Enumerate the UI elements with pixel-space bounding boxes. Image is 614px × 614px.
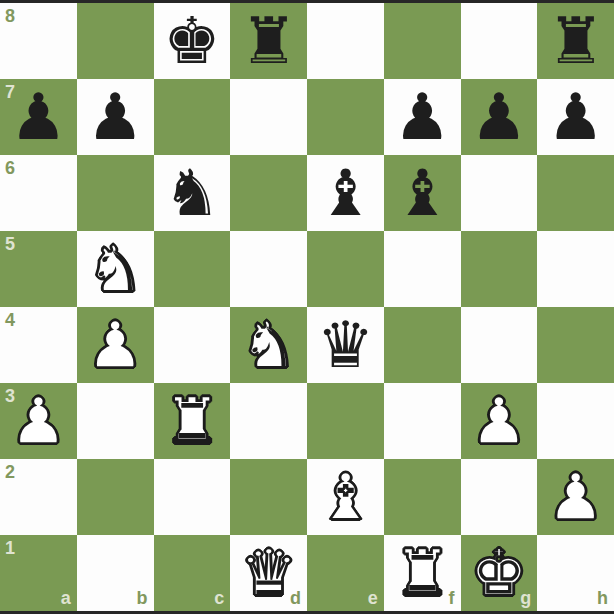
rank-label-6: 6 xyxy=(5,159,15,177)
black-bishop-f6[interactable]: ♝ xyxy=(393,155,450,231)
square-e8[interactable] xyxy=(307,3,384,79)
square-c1[interactable]: c xyxy=(154,535,231,611)
square-a4[interactable]: 4 xyxy=(0,307,77,383)
square-g4[interactable] xyxy=(461,307,538,383)
square-e4[interactable]: ♛ xyxy=(307,307,384,383)
rank-label-4: 4 xyxy=(5,311,15,329)
square-d5[interactable] xyxy=(230,231,307,307)
white-pawn-h2[interactable]: ♟ xyxy=(547,459,604,535)
square-a2[interactable]: 2 xyxy=(0,459,77,535)
square-h3[interactable] xyxy=(537,383,614,459)
square-g1[interactable]: g♚ xyxy=(461,535,538,611)
square-g2[interactable] xyxy=(461,459,538,535)
square-d7[interactable] xyxy=(230,79,307,155)
file-label-b: b xyxy=(137,589,148,607)
black-pawn-f7[interactable]: ♟ xyxy=(393,79,450,155)
square-d6[interactable] xyxy=(230,155,307,231)
black-pawn-b7[interactable]: ♟ xyxy=(86,79,143,155)
square-e1[interactable]: e xyxy=(307,535,384,611)
square-a1[interactable]: 1a xyxy=(0,535,77,611)
white-pawn-g3[interactable]: ♟ xyxy=(470,383,527,459)
white-rook-f1[interactable]: ♜ xyxy=(393,535,450,611)
square-f7[interactable]: ♟ xyxy=(384,79,461,155)
black-queen-e4[interactable]: ♛ xyxy=(317,307,374,383)
square-f3[interactable] xyxy=(384,383,461,459)
black-pawn-a7[interactable]: ♟ xyxy=(10,79,67,155)
square-c4[interactable] xyxy=(154,307,231,383)
square-e3[interactable] xyxy=(307,383,384,459)
square-f2[interactable] xyxy=(384,459,461,535)
square-c5[interactable] xyxy=(154,231,231,307)
square-a5[interactable]: 5 xyxy=(0,231,77,307)
rank-label-5: 5 xyxy=(5,235,15,253)
square-b1[interactable]: b xyxy=(77,535,154,611)
square-e7[interactable] xyxy=(307,79,384,155)
square-c8[interactable]: ♚ xyxy=(154,3,231,79)
file-label-e: e xyxy=(368,589,378,607)
file-label-a: a xyxy=(61,589,71,607)
square-g3[interactable]: ♟ xyxy=(461,383,538,459)
square-f8[interactable] xyxy=(384,3,461,79)
square-c7[interactable] xyxy=(154,79,231,155)
black-rook-d8[interactable]: ♜ xyxy=(240,3,297,79)
square-b8[interactable] xyxy=(77,3,154,79)
square-h8[interactable]: ♜ xyxy=(537,3,614,79)
square-b3[interactable] xyxy=(77,383,154,459)
black-knight-c6[interactable]: ♞ xyxy=(163,155,220,231)
square-b5[interactable]: ♞ xyxy=(77,231,154,307)
square-h1[interactable]: h xyxy=(537,535,614,611)
square-f1[interactable]: f♜ xyxy=(384,535,461,611)
black-bishop-e6[interactable]: ♝ xyxy=(317,155,374,231)
rank-label-1: 1 xyxy=(5,539,15,557)
square-a7[interactable]: 7♟ xyxy=(0,79,77,155)
black-pawn-h7[interactable]: ♟ xyxy=(547,79,604,155)
black-king-c8[interactable]: ♚ xyxy=(163,3,220,79)
square-d4[interactable]: ♞ xyxy=(230,307,307,383)
square-f6[interactable]: ♝ xyxy=(384,155,461,231)
chess-board: 8♚♜♜7♟♟♟♟♟6♞♝♝5♞4♟♞♛3♟♜♟2♝♟1abcd♛ef♜g♚h xyxy=(0,0,614,614)
white-rook-c3[interactable]: ♜ xyxy=(163,383,220,459)
square-f5[interactable] xyxy=(384,231,461,307)
square-c3[interactable]: ♜ xyxy=(154,383,231,459)
board-grid: 8♚♜♜7♟♟♟♟♟6♞♝♝5♞4♟♞♛3♟♜♟2♝♟1abcd♛ef♜g♚h xyxy=(0,3,614,611)
white-bishop-e2[interactable]: ♝ xyxy=(317,459,374,535)
white-king-g1[interactable]: ♚ xyxy=(470,535,527,611)
square-c6[interactable]: ♞ xyxy=(154,155,231,231)
white-queen-d1[interactable]: ♛ xyxy=(240,535,297,611)
square-a3[interactable]: 3♟ xyxy=(0,383,77,459)
square-d1[interactable]: d♛ xyxy=(230,535,307,611)
square-g8[interactable] xyxy=(461,3,538,79)
square-e5[interactable] xyxy=(307,231,384,307)
square-a6[interactable]: 6 xyxy=(0,155,77,231)
rank-label-2: 2 xyxy=(5,463,15,481)
square-d3[interactable] xyxy=(230,383,307,459)
black-pawn-g7[interactable]: ♟ xyxy=(470,79,527,155)
file-label-h: h xyxy=(597,589,608,607)
white-knight-b5[interactable]: ♞ xyxy=(86,231,143,307)
square-f4[interactable] xyxy=(384,307,461,383)
square-c2[interactable] xyxy=(154,459,231,535)
white-pawn-b4[interactable]: ♟ xyxy=(86,307,143,383)
square-b6[interactable] xyxy=(77,155,154,231)
square-e6[interactable]: ♝ xyxy=(307,155,384,231)
square-b2[interactable] xyxy=(77,459,154,535)
file-label-c: c xyxy=(214,589,224,607)
square-e2[interactable]: ♝ xyxy=(307,459,384,535)
square-h4[interactable] xyxy=(537,307,614,383)
square-d8[interactable]: ♜ xyxy=(230,3,307,79)
square-h5[interactable] xyxy=(537,231,614,307)
black-rook-h8[interactable]: ♜ xyxy=(547,3,604,79)
white-knight-d4[interactable]: ♞ xyxy=(240,307,297,383)
square-h7[interactable]: ♟ xyxy=(537,79,614,155)
white-pawn-a3[interactable]: ♟ xyxy=(10,383,67,459)
rank-label-8: 8 xyxy=(5,7,15,25)
square-h2[interactable]: ♟ xyxy=(537,459,614,535)
square-d2[interactable] xyxy=(230,459,307,535)
square-b7[interactable]: ♟ xyxy=(77,79,154,155)
square-g7[interactable]: ♟ xyxy=(461,79,538,155)
square-g6[interactable] xyxy=(461,155,538,231)
square-g5[interactable] xyxy=(461,231,538,307)
square-a8[interactable]: 8 xyxy=(0,3,77,79)
square-b4[interactable]: ♟ xyxy=(77,307,154,383)
square-h6[interactable] xyxy=(537,155,614,231)
